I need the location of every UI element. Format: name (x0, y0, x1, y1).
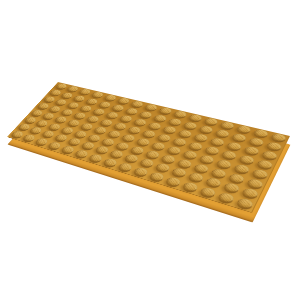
stud-top (217, 192, 235, 204)
stud-grid (7, 82, 289, 212)
lego-plate-8x16 (7, 82, 290, 213)
stud-top (235, 197, 253, 209)
product-photo (0, 0, 300, 300)
